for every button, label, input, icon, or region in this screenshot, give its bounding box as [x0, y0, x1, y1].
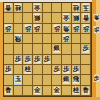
square-4d[interactable]	[52, 34, 62, 44]
square-1f[interactable]	[81, 55, 91, 65]
square-7g[interactable]: 桂	[23, 65, 33, 75]
piece-gote-knight[interactable]: 桂	[14, 3, 22, 12]
piece-sente-knight[interactable]: 桂	[24, 65, 32, 74]
square-2b[interactable]: 銀	[72, 13, 82, 23]
hand-piece-gote-bishop[interactable]: 角	[93, 14, 100, 22]
square-7f[interactable]: 歩	[23, 55, 33, 65]
square-6g[interactable]	[33, 65, 43, 75]
square-6a[interactable]: 金	[33, 3, 43, 13]
piece-sente-pawn[interactable]: 歩	[82, 44, 90, 53]
square-9i[interactable]: 香	[4, 86, 14, 96]
square-4c[interactable]: 歩	[52, 24, 62, 34]
square-6h[interactable]	[33, 75, 43, 85]
square-5d[interactable]	[43, 34, 53, 44]
square-7d[interactable]	[23, 34, 33, 44]
square-1e[interactable]: 歩	[81, 44, 91, 54]
square-5c[interactable]	[43, 24, 53, 34]
square-8e[interactable]	[14, 44, 24, 54]
square-3i[interactable]	[62, 86, 72, 96]
square-3h[interactable]: 銀	[62, 75, 72, 85]
piece-gote-pawn[interactable]: 歩	[4, 24, 12, 33]
square-5i[interactable]	[43, 86, 53, 96]
square-9d[interactable]	[4, 34, 14, 44]
square-7b[interactable]	[23, 13, 33, 23]
square-3g[interactable]: 歩	[62, 65, 72, 75]
piece-sente-lance[interactable]: 香	[4, 86, 12, 95]
square-8b[interactable]	[14, 13, 24, 23]
piece-gote-gold[interactable]: 金	[33, 3, 41, 12]
hand-piece-gote-pawn[interactable]: 歩	[93, 26, 100, 34]
square-2a[interactable]: 桂	[72, 3, 82, 13]
piece-sente-lance[interactable]: 香	[82, 86, 90, 95]
shogi-app: 角歩 歩 香桂金桂玉銀金銀香歩歩歩歩角歩歩飛歩銀歩歩歩歩歩歩桂歩歩歩玉銀飛香金金…	[0, 0, 100, 100]
square-5f[interactable]: 歩	[43, 55, 53, 65]
piece-sente-pawn[interactable]: 歩	[33, 55, 41, 64]
piece-sente-pawn[interactable]: 歩	[24, 55, 32, 64]
piece-gote-knight[interactable]: 桂	[72, 3, 80, 12]
square-8d[interactable]: 飛	[14, 34, 24, 44]
square-8f[interactable]: 歩	[14, 55, 24, 65]
square-9b[interactable]	[4, 13, 14, 23]
piece-gote-bishop[interactable]: 角	[62, 24, 70, 33]
square-8c[interactable]	[14, 24, 24, 34]
square-3e[interactable]	[62, 44, 72, 54]
square-1h[interactable]	[81, 75, 91, 85]
square-9h[interactable]	[4, 75, 14, 85]
square-9a[interactable]: 香	[4, 3, 14, 13]
square-5h[interactable]	[43, 75, 53, 85]
square-9g[interactable]: 歩	[4, 65, 14, 75]
piece-sente-silver[interactable]: 銀	[62, 75, 70, 84]
square-9f[interactable]	[4, 55, 14, 65]
square-9c[interactable]: 歩	[4, 24, 14, 34]
square-2g[interactable]: 歩	[72, 65, 82, 75]
piece-gote-pawn[interactable]: 歩	[33, 24, 41, 33]
square-6f[interactable]: 歩	[33, 55, 43, 65]
piece-gote-silver[interactable]: 銀	[72, 13, 80, 22]
square-4e[interactable]: 銀	[52, 44, 62, 54]
square-1g[interactable]	[81, 65, 91, 75]
piece-gote-king[interactable]: 玉	[82, 3, 90, 12]
piece-gote-pawn[interactable]: 歩	[82, 24, 90, 33]
square-7i[interactable]	[23, 86, 33, 96]
square-8i[interactable]	[14, 86, 24, 96]
piece-sente-pawn[interactable]: 歩	[43, 55, 51, 64]
square-7h[interactable]	[23, 75, 33, 85]
square-4i[interactable]: 金	[52, 86, 62, 96]
piece-sente-gold[interactable]: 金	[53, 86, 61, 95]
square-7e[interactable]	[23, 44, 33, 54]
square-1i[interactable]: 香	[81, 86, 91, 96]
piece-gote-silver[interactable]: 銀	[33, 13, 41, 22]
piece-gote-lance[interactable]: 香	[4, 3, 12, 12]
square-8g[interactable]	[14, 65, 24, 75]
piece-gote-pawn[interactable]: 歩	[62, 34, 70, 43]
piece-gote-pawn[interactable]: 歩	[24, 24, 32, 33]
piece-sente-rook[interactable]: 飛	[72, 75, 80, 84]
square-2e[interactable]	[72, 44, 82, 54]
piece-sente-silver[interactable]: 銀	[53, 44, 61, 53]
square-3a[interactable]	[62, 3, 72, 13]
piece-gote-rook[interactable]: 飛	[14, 34, 22, 43]
piece-sente-pawn[interactable]: 歩	[53, 65, 61, 74]
square-1c[interactable]: 歩	[81, 24, 91, 34]
piece-gote-pawn[interactable]: 歩	[72, 24, 80, 33]
square-3d[interactable]: 歩	[62, 34, 72, 44]
piece-sente-pawn[interactable]: 歩	[62, 65, 70, 74]
sente-captured-stand: 歩	[93, 74, 100, 86]
square-5e[interactable]	[43, 44, 53, 54]
square-6e[interactable]	[33, 44, 43, 54]
piece-stand-strip: 角歩 歩	[92, 0, 100, 100]
square-2d[interactable]	[72, 34, 82, 44]
piece-sente-pawn[interactable]: 歩	[4, 65, 12, 74]
square-4f[interactable]	[52, 55, 62, 65]
square-1a[interactable]: 玉	[81, 3, 91, 13]
square-4h[interactable]	[52, 75, 62, 85]
square-6i[interactable]: 金	[33, 86, 43, 96]
square-4b[interactable]	[52, 13, 62, 23]
square-6d[interactable]	[33, 34, 43, 44]
piece-gote-pawn[interactable]: 歩	[53, 24, 61, 33]
piece-gote-gold[interactable]: 金	[62, 13, 70, 22]
piece-sente-pawn[interactable]: 歩	[14, 55, 22, 64]
square-7a[interactable]	[23, 3, 33, 13]
piece-sente-king[interactable]: 玉	[14, 75, 22, 84]
square-2i[interactable]: 桂	[72, 86, 82, 96]
shogi-board: 香桂金桂玉銀金銀香歩歩歩歩角歩歩飛歩銀歩歩歩歩歩歩桂歩歩歩玉銀飛香金金桂香	[3, 2, 92, 97]
square-1d[interactable]	[81, 34, 91, 44]
square-8a[interactable]: 桂	[14, 3, 24, 13]
hand-piece-sente-pawn[interactable]: 歩	[93, 74, 100, 82]
square-6c[interactable]: 歩	[33, 24, 43, 34]
square-3c[interactable]: 角	[62, 24, 72, 34]
square-2h[interactable]: 飛	[72, 75, 82, 85]
square-4a[interactable]	[52, 3, 62, 13]
square-4g[interactable]: 歩	[52, 65, 62, 75]
piece-sente-pawn[interactable]: 歩	[72, 65, 80, 74]
square-8h[interactable]: 玉	[14, 75, 24, 85]
square-9e[interactable]	[4, 44, 14, 54]
square-2f[interactable]	[72, 55, 82, 65]
piece-sente-gold[interactable]: 金	[33, 86, 41, 95]
piece-gote-lance[interactable]: 香	[82, 13, 90, 22]
frame-bottom	[0, 97, 100, 100]
square-5b[interactable]	[43, 13, 53, 23]
square-1b[interactable]: 香	[81, 13, 91, 23]
piece-sente-knight[interactable]: 桂	[72, 86, 80, 95]
square-6b[interactable]: 銀	[33, 13, 43, 23]
gote-captured-stand: 角歩	[93, 14, 100, 38]
square-7c[interactable]: 歩	[23, 24, 33, 34]
square-5a[interactable]	[43, 3, 53, 13]
square-2c[interactable]: 歩	[72, 24, 82, 34]
square-3b[interactable]: 金	[62, 13, 72, 23]
square-3f[interactable]	[62, 55, 72, 65]
square-5g[interactable]	[43, 65, 53, 75]
